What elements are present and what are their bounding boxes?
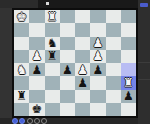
square-c3[interactable] (45, 76, 60, 89)
square-b6[interactable] (29, 37, 44, 50)
piece-black-rook-a2[interactable]: ♜ (16, 90, 27, 102)
square-f4[interactable]: ♟ (90, 63, 105, 76)
piece-black-king-b1[interactable]: ♚ (31, 103, 42, 115)
square-c7[interactable] (45, 23, 60, 36)
chess-board: ♚♜♞♟♟♜♟♞♟♟♟♟♟♜♜♟♚ (14, 10, 136, 116)
square-f7[interactable] (90, 23, 105, 36)
piece-white-rook-c8[interactable]: ♜ (47, 11, 58, 23)
piece-black-pawn-b4[interactable]: ♟ (31, 64, 42, 76)
chess-app-window: ♚♜♞♟♟♜♟♞♟♟♟♟♟♜♜♟♚ (0, 0, 150, 124)
nav-button-blue-1[interactable] (12, 118, 18, 124)
square-a1[interactable] (14, 103, 29, 116)
square-d2[interactable] (60, 90, 75, 103)
square-g6[interactable] (106, 37, 121, 50)
square-f5[interactable]: ♟ (90, 50, 105, 63)
square-h3[interactable]: ♜ (121, 76, 136, 89)
square-c8[interactable]: ♜ (45, 10, 60, 23)
square-h1[interactable] (121, 103, 136, 116)
square-f2[interactable] (90, 90, 105, 103)
square-a8[interactable]: ♚ (14, 10, 29, 23)
piece-black-knight-c6[interactable]: ♞ (47, 37, 58, 49)
square-d6[interactable] (60, 37, 75, 50)
square-c1[interactable] (45, 103, 60, 116)
piece-black-pawn-h2[interactable]: ♟ (123, 90, 134, 102)
nav-button-blue-2[interactable] (19, 118, 25, 124)
square-b1[interactable]: ♚ (29, 103, 44, 116)
square-g1[interactable] (106, 103, 121, 116)
square-d4[interactable]: ♟ (60, 63, 75, 76)
panel-divider (138, 79, 150, 80)
piece-black-pawn-d4[interactable]: ♟ (62, 64, 73, 76)
square-f6[interactable]: ♟ (90, 37, 105, 50)
square-h6[interactable] (121, 37, 136, 50)
square-c4[interactable] (45, 63, 60, 76)
square-d8[interactable] (60, 10, 75, 23)
piece-white-pawn-f6[interactable]: ♟ (92, 37, 103, 49)
square-h4[interactable] (121, 63, 136, 76)
square-g2[interactable] (106, 90, 121, 103)
square-b2[interactable] (29, 90, 44, 103)
square-b7[interactable] (29, 23, 44, 36)
square-b5[interactable]: ♟ (29, 50, 44, 63)
bottom-bar (0, 118, 138, 124)
square-e7[interactable] (75, 23, 90, 36)
square-b4[interactable]: ♟ (29, 63, 44, 76)
square-a3[interactable] (14, 76, 29, 89)
square-f1[interactable] (90, 103, 105, 116)
piece-black-rook-c5[interactable]: ♜ (47, 50, 58, 62)
square-a7[interactable] (14, 23, 29, 36)
panel-divider (138, 62, 150, 63)
square-a5[interactable] (14, 50, 29, 63)
square-h7[interactable] (121, 23, 136, 36)
window-icon (46, 2, 49, 5)
piece-white-knight-a4[interactable]: ♞ (16, 64, 27, 76)
square-f3[interactable] (90, 76, 105, 89)
square-e5[interactable] (75, 50, 90, 63)
square-g8[interactable] (106, 10, 121, 23)
square-e8[interactable] (75, 10, 90, 23)
square-h8[interactable] (121, 10, 136, 23)
square-h2[interactable]: ♟ (121, 90, 136, 103)
square-a6[interactable] (14, 37, 29, 50)
square-d7[interactable] (60, 23, 75, 36)
square-b8[interactable] (29, 10, 44, 23)
title-bar-strip (38, 0, 138, 8)
piece-black-pawn-e3[interactable]: ♟ (77, 77, 88, 89)
nav-button-gray-1[interactable] (27, 118, 33, 124)
piece-white-king-a8[interactable]: ♚ (16, 11, 27, 23)
nav-button-gray-2[interactable] (34, 118, 40, 124)
piece-black-pawn-f4[interactable]: ♟ (92, 64, 103, 76)
square-c5[interactable]: ♜ (45, 50, 60, 63)
square-g7[interactable] (106, 23, 121, 36)
square-a2[interactable]: ♜ (14, 90, 29, 103)
piece-white-pawn-b5[interactable]: ♟ (31, 50, 42, 62)
square-e1[interactable] (75, 103, 90, 116)
panel-badge-button[interactable] (140, 3, 148, 7)
square-g5[interactable] (106, 50, 121, 63)
square-h5[interactable] (121, 50, 136, 63)
piece-white-rook-h3[interactable]: ♜ (123, 77, 134, 89)
square-e6[interactable] (75, 37, 90, 50)
piece-white-pawn-f5[interactable]: ♟ (92, 50, 103, 62)
square-d5[interactable] (60, 50, 75, 63)
board-frame: ♚♜♞♟♟♜♟♞♟♟♟♟♟♜♜♟♚ (12, 8, 138, 118)
square-g4[interactable] (106, 63, 121, 76)
piece-white-pawn-e4[interactable]: ♟ (77, 64, 88, 76)
square-c2[interactable] (45, 90, 60, 103)
square-c6[interactable]: ♞ (45, 37, 60, 50)
square-e4[interactable]: ♟ (75, 63, 90, 76)
title-bar (0, 0, 150, 8)
square-f8[interactable] (90, 10, 105, 23)
nav-button-gray-3[interactable] (41, 118, 47, 124)
square-d1[interactable] (60, 103, 75, 116)
square-e2[interactable] (75, 90, 90, 103)
square-g3[interactable] (106, 76, 121, 89)
square-b3[interactable] (29, 76, 44, 89)
square-a4[interactable]: ♞ (14, 63, 29, 76)
side-panel (138, 0, 150, 124)
square-d3[interactable] (60, 76, 75, 89)
square-e3[interactable]: ♟ (75, 76, 90, 89)
